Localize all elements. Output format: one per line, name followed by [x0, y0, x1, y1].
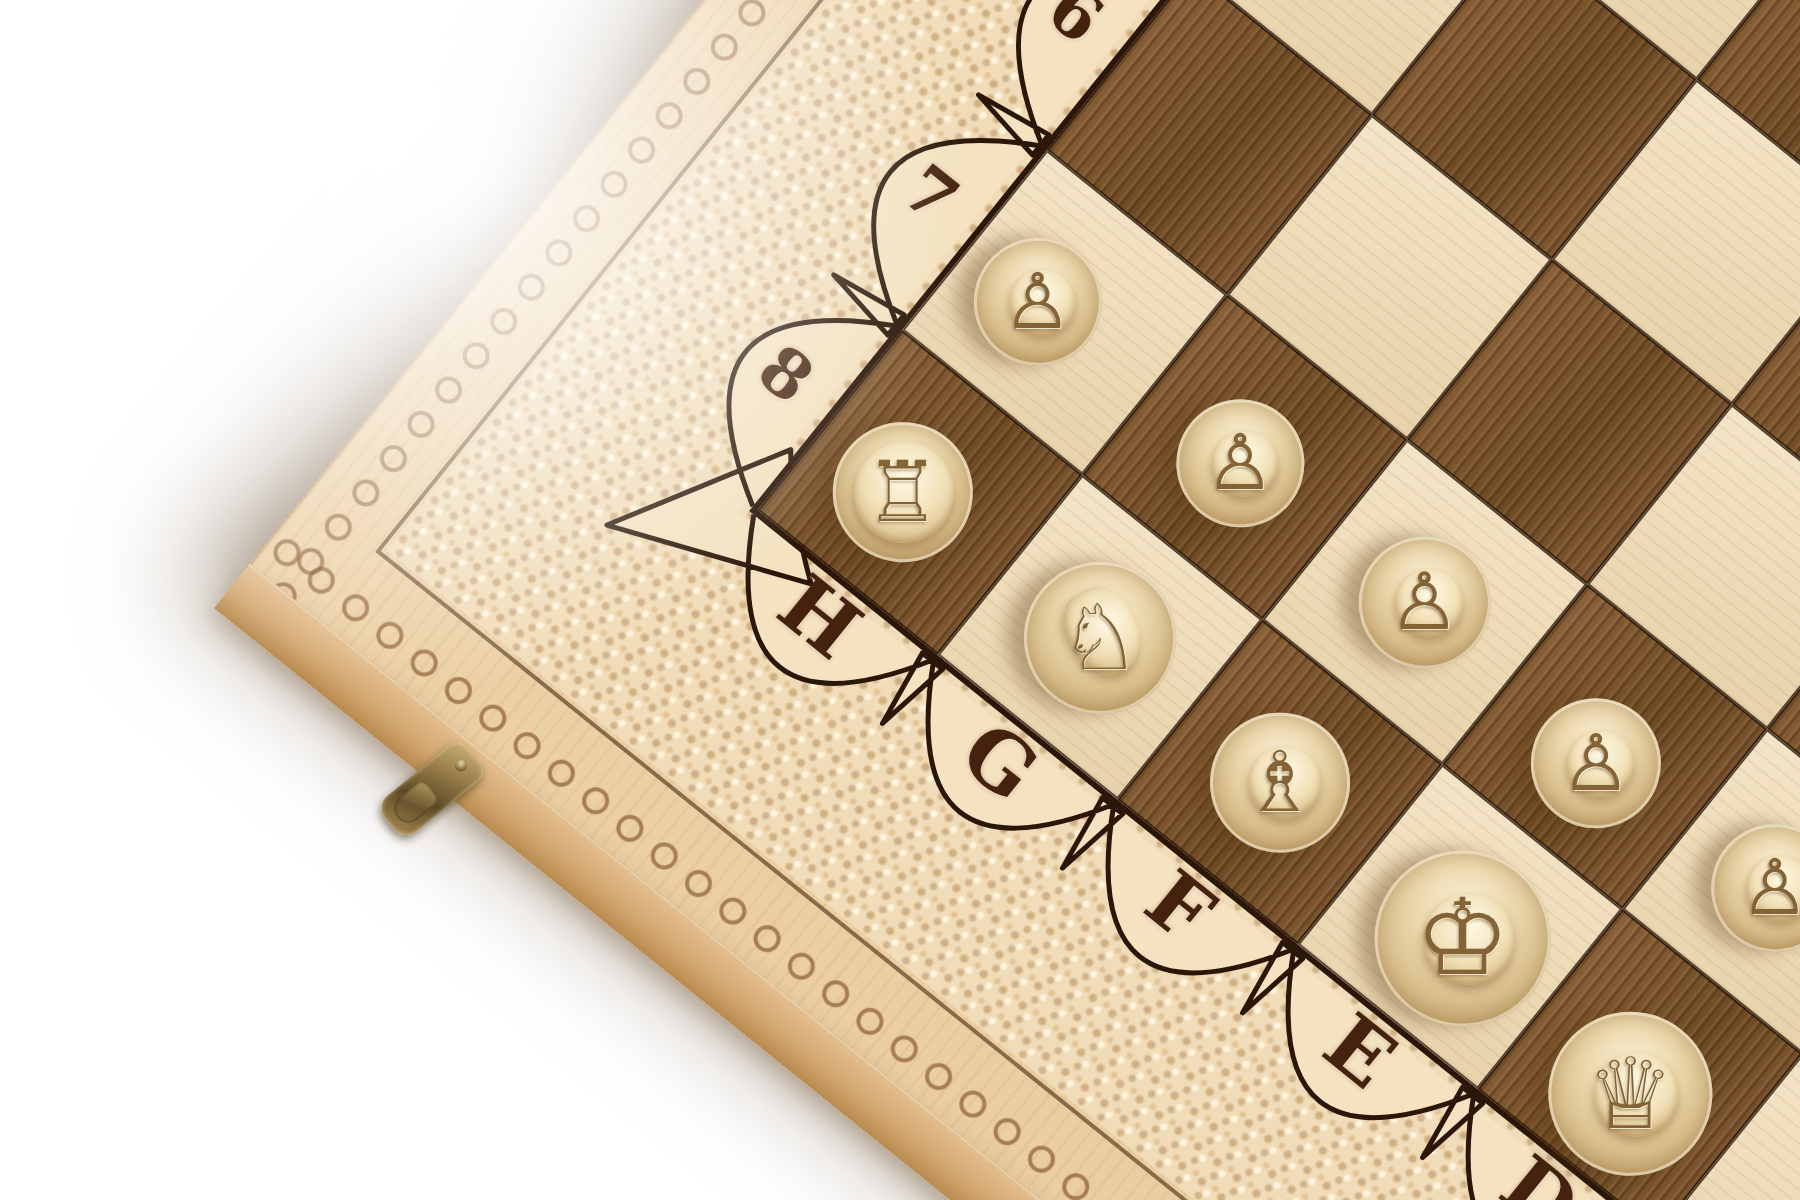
piece-glyph: ♕: [1586, 1036, 1674, 1150]
piece-glyph: ♙: [1741, 843, 1800, 932]
piece-glyph: ♙: [1003, 257, 1072, 346]
piece-glyph: ♙: [1561, 718, 1631, 808]
board-face: 678HGFED ♖♙♘♙♗♙♔♙♕♙: [249, 0, 1800, 1200]
scene: 678HGFED ♖♙♘♙♗♙♔♙♕♙: [0, 0, 1800, 1200]
clasp-pin-icon: [453, 757, 470, 774]
clasp-hook-icon: [389, 779, 441, 829]
piece-glyph: ♙: [1389, 556, 1460, 648]
piece-glyph: ♘: [1059, 585, 1141, 690]
piece-glyph: ♗: [1242, 733, 1317, 831]
piece-glyph: ♔: [1415, 876, 1510, 999]
piece-glyph: ♖: [865, 442, 940, 540]
piece-glyph: ♙: [1206, 418, 1275, 507]
